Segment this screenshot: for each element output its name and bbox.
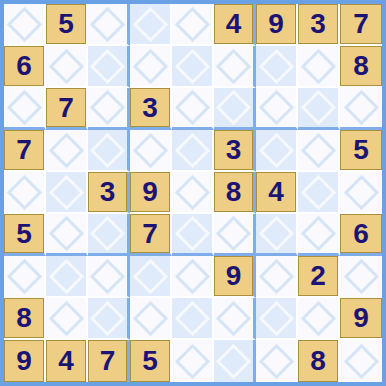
- diamond-decoration: [216, 90, 251, 125]
- diamond-decoration: [90, 258, 125, 293]
- cell-value: 3: [310, 10, 326, 38]
- cell-r3c4[interactable]: 3: [130, 88, 172, 130]
- cell-r4c8[interactable]: [298, 130, 340, 172]
- cell-value: 7: [58, 94, 74, 122]
- cell-r9c9[interactable]: [340, 340, 382, 382]
- cell-value: 5: [16, 220, 32, 248]
- cell-r1c7[interactable]: 9: [256, 4, 298, 46]
- cell-r5c4[interactable]: 9: [130, 172, 172, 214]
- sudoku-board: 5493768737353984576928994758: [0, 0, 386, 386]
- diamond-decoration: [132, 300, 167, 335]
- cell-r7c9[interactable]: [340, 256, 382, 298]
- cell-r5c9[interactable]: [340, 172, 382, 214]
- cell-value: 8: [310, 347, 326, 375]
- cell-r2c6[interactable]: [214, 46, 256, 88]
- cell-value: 6: [353, 220, 369, 248]
- cell-r8c9[interactable]: 9: [340, 298, 382, 340]
- cell-value: 4: [268, 178, 284, 206]
- cell-r6c3[interactable]: [88, 214, 130, 256]
- cell-r1c5[interactable]: [172, 4, 214, 46]
- diamond-decoration: [174, 90, 209, 125]
- diamond-decoration: [132, 6, 167, 41]
- cell-r3c9[interactable]: [340, 88, 382, 130]
- cell-value: 9: [353, 304, 369, 332]
- cell-r2c8[interactable]: [298, 46, 340, 88]
- diamond-decoration: [6, 6, 41, 41]
- cell-r2c7[interactable]: [256, 46, 298, 88]
- diamond-decoration: [258, 132, 293, 167]
- diamond-decoration: [216, 343, 251, 378]
- cell-r6c9[interactable]: 6: [340, 214, 382, 256]
- diamond-decoration: [343, 343, 378, 378]
- cell-r5c8[interactable]: [298, 172, 340, 214]
- diamond-decoration: [90, 132, 125, 167]
- diamond-decoration: [90, 90, 125, 125]
- diamond-decoration: [258, 48, 293, 83]
- cell-r4c7[interactable]: [256, 130, 298, 172]
- cell-r6c1[interactable]: 5: [4, 214, 46, 256]
- cell-r4c1[interactable]: 7: [4, 130, 46, 172]
- diamond-decoration: [174, 6, 209, 41]
- cell-r8c6[interactable]: [214, 298, 256, 340]
- cell-r4c6[interactable]: 3: [214, 130, 256, 172]
- cell-r6c2[interactable]: [46, 214, 88, 256]
- diamond-decoration: [258, 300, 293, 335]
- diamond-decoration: [174, 300, 209, 335]
- cell-value: 3: [142, 94, 158, 122]
- cell-r5c6[interactable]: 8: [214, 172, 256, 214]
- cell-value: 5: [142, 347, 158, 375]
- cell-r6c6[interactable]: [214, 214, 256, 256]
- diamond-decoration: [90, 216, 125, 251]
- cell-r5c5[interactable]: [172, 172, 214, 214]
- diamond-decoration: [48, 48, 83, 83]
- cell-r4c4[interactable]: [130, 130, 172, 172]
- cell-value: 7: [100, 347, 116, 375]
- cell-r5c1[interactable]: [4, 172, 46, 214]
- diamond-decoration: [174, 174, 209, 209]
- cell-value: 7: [353, 10, 369, 38]
- cell-r2c3[interactable]: [88, 46, 130, 88]
- cell-r3c6[interactable]: [214, 88, 256, 130]
- cell-r2c9[interactable]: 8: [340, 46, 382, 88]
- diamond-decoration: [174, 343, 209, 378]
- cell-r2c1[interactable]: 6: [4, 46, 46, 88]
- cell-r8c2[interactable]: [46, 298, 88, 340]
- cell-r3c8[interactable]: [298, 88, 340, 130]
- diamond-decoration: [6, 174, 41, 209]
- cell-value: 9: [142, 178, 158, 206]
- cell-value: 9: [268, 10, 284, 38]
- diamond-decoration: [132, 48, 167, 83]
- cell-value: 8: [353, 52, 369, 80]
- diamond-decoration: [90, 300, 125, 335]
- cell-r1c9[interactable]: 7: [340, 4, 382, 46]
- diamond-decoration: [300, 90, 335, 125]
- cell-r7c2[interactable]: [46, 256, 88, 298]
- cell-r7c5[interactable]: [172, 256, 214, 298]
- cell-r9c7[interactable]: [256, 340, 298, 382]
- diamond-decoration: [343, 174, 378, 209]
- cell-r9c4[interactable]: 5: [130, 340, 172, 382]
- cell-r1c3[interactable]: [88, 4, 130, 46]
- cell-r5c2[interactable]: [46, 172, 88, 214]
- diamond-decoration: [6, 90, 41, 125]
- cell-value: 6: [16, 52, 32, 80]
- cell-value: 5: [58, 10, 74, 38]
- cell-r4c2[interactable]: [46, 130, 88, 172]
- diamond-decoration: [216, 216, 251, 251]
- diamond-decoration: [258, 216, 293, 251]
- diamond-decoration: [300, 174, 335, 209]
- cell-r9c1[interactable]: 9: [4, 340, 46, 382]
- cell-r7c4[interactable]: [130, 256, 172, 298]
- cell-value: 2: [310, 262, 326, 290]
- cell-r5c3[interactable]: 3: [88, 172, 130, 214]
- diamond-decoration: [132, 132, 167, 167]
- cell-r2c5[interactable]: [172, 46, 214, 88]
- cell-r2c2[interactable]: [46, 46, 88, 88]
- diamond-decoration: [216, 300, 251, 335]
- diamond-decoration: [48, 174, 83, 209]
- cell-r5c7[interactable]: 4: [256, 172, 298, 214]
- cell-r7c6[interactable]: 9: [214, 256, 256, 298]
- cell-r4c9[interactable]: 5: [340, 130, 382, 172]
- cell-value: 4: [58, 347, 74, 375]
- diamond-decoration: [48, 132, 83, 167]
- cell-value: 9: [16, 347, 32, 375]
- diamond-decoration: [48, 258, 83, 293]
- cell-r6c7[interactable]: [256, 214, 298, 256]
- diamond-decoration: [216, 48, 251, 83]
- cell-r3c3[interactable]: [88, 88, 130, 130]
- cell-r9c5[interactable]: [172, 340, 214, 382]
- diamond-decoration: [300, 300, 335, 335]
- cell-r6c8[interactable]: [298, 214, 340, 256]
- cell-r8c7[interactable]: [256, 298, 298, 340]
- cell-r8c5[interactable]: [172, 298, 214, 340]
- cell-r7c1[interactable]: [4, 256, 46, 298]
- diamond-decoration: [300, 132, 335, 167]
- cell-value: 4: [226, 10, 242, 38]
- cell-r6c5[interactable]: [172, 214, 214, 256]
- diamond-decoration: [258, 258, 293, 293]
- cell-value: 9: [226, 262, 242, 290]
- cell-r8c8[interactable]: [298, 298, 340, 340]
- cell-r8c4[interactable]: [130, 298, 172, 340]
- cell-r9c2[interactable]: 4: [46, 340, 88, 382]
- cell-r7c8[interactable]: 2: [298, 256, 340, 298]
- diamond-decoration: [174, 258, 209, 293]
- cell-r1c2[interactable]: 5: [46, 4, 88, 46]
- diamond-decoration: [300, 48, 335, 83]
- cell-value: 7: [142, 220, 158, 248]
- cell-value: 3: [100, 178, 116, 206]
- cell-value: 3: [226, 136, 242, 164]
- cell-r4c3[interactable]: [88, 130, 130, 172]
- diamond-decoration: [174, 132, 209, 167]
- cell-value: 5: [353, 136, 369, 164]
- diamond-decoration: [174, 216, 209, 251]
- cell-r9c8[interactable]: 8: [298, 340, 340, 382]
- diamond-decoration: [132, 258, 167, 293]
- diamond-decoration: [258, 90, 293, 125]
- cell-value: 8: [226, 178, 242, 206]
- diamond-decoration: [48, 216, 83, 251]
- cell-r8c3[interactable]: [88, 298, 130, 340]
- diamond-decoration: [174, 48, 209, 83]
- cell-r3c1[interactable]: [4, 88, 46, 130]
- cell-r7c3[interactable]: [88, 256, 130, 298]
- cell-r1c4[interactable]: [130, 4, 172, 46]
- diamond-decoration: [90, 6, 125, 41]
- cell-r9c3[interactable]: 7: [88, 340, 130, 382]
- cell-r3c2[interactable]: 7: [46, 88, 88, 130]
- diamond-decoration: [343, 258, 378, 293]
- diamond-decoration: [258, 343, 293, 378]
- cell-r1c1[interactable]: [4, 4, 46, 46]
- cell-r7c7[interactable]: [256, 256, 298, 298]
- diamond-decoration: [343, 90, 378, 125]
- cell-r3c7[interactable]: [256, 88, 298, 130]
- cell-r9c6[interactable]: [214, 340, 256, 382]
- cell-value: 7: [16, 136, 32, 164]
- cell-r1c8[interactable]: 3: [298, 4, 340, 46]
- cell-r3c5[interactable]: [172, 88, 214, 130]
- cell-r1c6[interactable]: 4: [214, 4, 256, 46]
- diamond-decoration: [300, 216, 335, 251]
- cell-value: 8: [16, 304, 32, 332]
- cell-r6c4[interactable]: 7: [130, 214, 172, 256]
- cell-r8c1[interactable]: 8: [4, 298, 46, 340]
- diamond-decoration: [90, 48, 125, 83]
- cell-r4c5[interactable]: [172, 130, 214, 172]
- cell-r2c4[interactable]: [130, 46, 172, 88]
- diamond-decoration: [48, 300, 83, 335]
- diamond-decoration: [6, 258, 41, 293]
